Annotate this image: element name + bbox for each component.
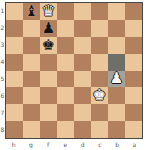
black-king-piece[interactable]: ♚: [42, 37, 55, 52]
chess-board: ♝♛♟♚♟♚: [5, 2, 143, 139]
square-c5[interactable]: [91, 71, 108, 88]
square-c8[interactable]: [91, 121, 108, 138]
square-d6[interactable]: [74, 87, 91, 104]
square-h8[interactable]: [6, 121, 23, 138]
rank-label-5: 5: [0, 71, 5, 88]
square-a3[interactable]: [125, 37, 142, 54]
white-queen-piece[interactable]: ♛: [42, 3, 55, 18]
square-b2[interactable]: [108, 20, 125, 37]
black-pawn-piece[interactable]: ♟: [42, 20, 55, 35]
file-label-c: c: [91, 140, 108, 149]
square-h4[interactable]: [6, 54, 23, 71]
square-f8[interactable]: [40, 121, 57, 138]
square-d7[interactable]: [74, 104, 91, 121]
square-d5[interactable]: [74, 71, 91, 88]
rank-label-6: 6: [0, 88, 5, 105]
square-c2[interactable]: [91, 20, 108, 37]
square-b5[interactable]: ♟: [108, 71, 125, 88]
square-f7[interactable]: [40, 104, 57, 121]
square-b7[interactable]: [108, 104, 125, 121]
square-g3[interactable]: [23, 37, 40, 54]
file-label-g: g: [22, 140, 39, 149]
square-g1[interactable]: ♝: [23, 3, 40, 20]
square-b8[interactable]: [108, 121, 125, 138]
square-c3[interactable]: [91, 37, 108, 54]
square-e5[interactable]: [57, 71, 74, 88]
file-label-b: b: [109, 140, 126, 149]
square-f1[interactable]: ♛: [40, 3, 57, 20]
square-c1[interactable]: [91, 3, 108, 20]
square-a7[interactable]: [125, 104, 142, 121]
square-f6[interactable]: [40, 87, 57, 104]
rank-label-3: 3: [0, 36, 5, 53]
square-a1[interactable]: [125, 3, 142, 20]
square-h2[interactable]: [6, 20, 23, 37]
file-label-a: a: [126, 140, 143, 149]
square-h7[interactable]: [6, 104, 23, 121]
square-a6[interactable]: [125, 87, 142, 104]
square-g6[interactable]: [23, 87, 40, 104]
square-e6[interactable]: [57, 87, 74, 104]
square-h6[interactable]: [6, 87, 23, 104]
square-g2[interactable]: [23, 20, 40, 37]
rank-label-1: 1: [0, 2, 5, 19]
rank-label-7: 7: [0, 105, 5, 122]
square-b1[interactable]: [108, 3, 125, 20]
file-labels: hgfedcba: [5, 140, 143, 149]
black-bishop-piece[interactable]: ♝: [25, 3, 38, 18]
square-g5[interactable]: [23, 71, 40, 88]
file-label-e: e: [57, 140, 74, 149]
square-f2[interactable]: ♟: [40, 20, 57, 37]
square-f4[interactable]: [40, 54, 57, 71]
square-e8[interactable]: [57, 121, 74, 138]
file-label-d: d: [74, 140, 91, 149]
square-a2[interactable]: [125, 20, 142, 37]
square-a8[interactable]: [125, 121, 142, 138]
square-e4[interactable]: [57, 54, 74, 71]
square-d3[interactable]: [74, 37, 91, 54]
rank-labels: 12345678: [0, 2, 5, 139]
square-c7[interactable]: [91, 104, 108, 121]
square-e2[interactable]: [57, 20, 74, 37]
square-g7[interactable]: [23, 104, 40, 121]
rank-label-8: 8: [0, 122, 5, 139]
square-b6[interactable]: [108, 87, 125, 104]
square-c4[interactable]: [91, 54, 108, 71]
square-e1[interactable]: [57, 3, 74, 20]
file-label-h: h: [5, 140, 22, 149]
square-b3[interactable]: [108, 37, 125, 54]
square-g8[interactable]: [23, 121, 40, 138]
square-a5[interactable]: [125, 71, 142, 88]
square-e3[interactable]: [57, 37, 74, 54]
square-d4[interactable]: [74, 54, 91, 71]
rank-label-2: 2: [0, 19, 5, 36]
square-d1[interactable]: [74, 3, 91, 20]
square-d2[interactable]: [74, 20, 91, 37]
rank-label-4: 4: [0, 53, 5, 70]
square-f3[interactable]: ♚: [40, 37, 57, 54]
square-h3[interactable]: [6, 37, 23, 54]
square-c6[interactable]: ♚: [91, 87, 108, 104]
square-f5[interactable]: [40, 71, 57, 88]
square-h1[interactable]: [6, 3, 23, 20]
square-a4[interactable]: [125, 54, 142, 71]
square-b4[interactable]: [108, 54, 125, 71]
square-g4[interactable]: [23, 54, 40, 71]
square-e7[interactable]: [57, 104, 74, 121]
square-h5[interactable]: [6, 71, 23, 88]
white-pawn-piece[interactable]: ♟: [110, 71, 123, 86]
square-d8[interactable]: [74, 121, 91, 138]
white-king-piece[interactable]: ♚: [93, 88, 106, 103]
file-label-f: f: [40, 140, 57, 149]
